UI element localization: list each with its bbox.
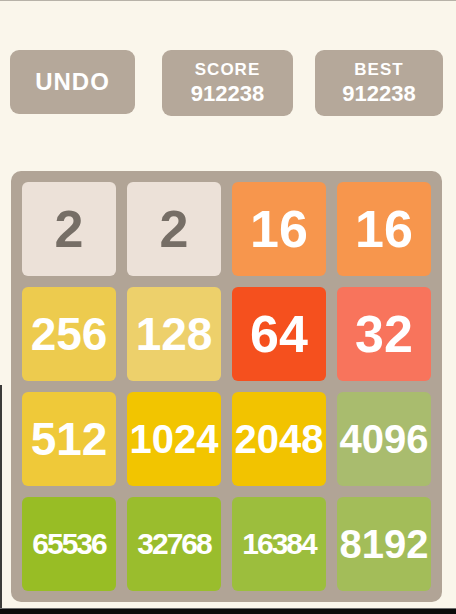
- tile-32768: 32768: [127, 497, 221, 591]
- board-grid: 2216162561286432512102420484096655363276…: [11, 171, 442, 602]
- best-value: 912238: [342, 80, 415, 108]
- game-board[interactable]: 2216162561286432512102420484096655363276…: [11, 171, 442, 602]
- tile-2: 2: [127, 182, 221, 276]
- header: UNDO SCORE 912238 BEST 912238: [0, 50, 456, 116]
- tile-65536: 65536: [22, 497, 116, 591]
- tile-16: 16: [337, 182, 431, 276]
- tile-1024: 1024: [127, 392, 221, 486]
- score-label: SCORE: [195, 59, 260, 80]
- screen-top-edge: [0, 0, 456, 1]
- tile-16: 16: [232, 182, 326, 276]
- best-label: BEST: [354, 59, 403, 80]
- tile-64: 64: [232, 287, 326, 381]
- score-box: SCORE 912238: [162, 50, 293, 116]
- screen-left-edge: [0, 385, 2, 614]
- best-box: BEST 912238: [315, 50, 443, 116]
- tile-16384: 16384: [232, 497, 326, 591]
- tile-32: 32: [337, 287, 431, 381]
- tile-128: 128: [127, 287, 221, 381]
- tile-8192: 8192: [337, 497, 431, 591]
- screen-bottom-edge: [0, 608, 456, 614]
- tile-2048: 2048: [232, 392, 326, 486]
- tile-512: 512: [22, 392, 116, 486]
- undo-button-label: UNDO: [35, 68, 110, 96]
- score-value: 912238: [191, 80, 264, 108]
- undo-button[interactable]: UNDO: [10, 50, 135, 114]
- tile-256: 256: [22, 287, 116, 381]
- tile-2: 2: [22, 182, 116, 276]
- tile-4096: 4096: [337, 392, 431, 486]
